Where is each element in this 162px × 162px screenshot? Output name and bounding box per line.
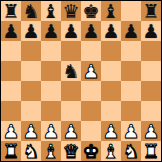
- white-pawn[interactable]: ♟: [2, 121, 19, 141]
- black-knight[interactable]: ♞: [62, 61, 79, 81]
- square-h2[interactable]: ♟: [141, 121, 161, 141]
- square-g4[interactable]: [121, 81, 141, 101]
- square-a3[interactable]: [1, 101, 21, 121]
- square-e7[interactable]: ♟: [81, 21, 101, 41]
- square-g7[interactable]: ♟: [121, 21, 141, 41]
- black-pawn[interactable]: ♟: [102, 21, 119, 41]
- square-d4[interactable]: [61, 81, 81, 101]
- black-pawn[interactable]: ♟: [2, 21, 19, 41]
- square-h7[interactable]: ♟: [141, 21, 161, 41]
- square-e8[interactable]: ♚: [81, 1, 101, 21]
- square-c6[interactable]: [41, 41, 61, 61]
- square-e1[interactable]: ♚: [81, 141, 101, 161]
- black-pawn[interactable]: ♟: [82, 21, 99, 41]
- white-bishop[interactable]: ♝: [42, 141, 59, 161]
- square-a6[interactable]: [1, 41, 21, 61]
- black-knight[interactable]: ♞: [22, 1, 39, 21]
- square-d1[interactable]: ♛: [61, 141, 81, 161]
- white-pawn[interactable]: ♟: [62, 121, 79, 141]
- white-pawn[interactable]: ♟: [122, 121, 139, 141]
- white-king[interactable]: ♚: [82, 141, 99, 161]
- square-b3[interactable]: [21, 101, 41, 121]
- square-b4[interactable]: [21, 81, 41, 101]
- square-g8[interactable]: [121, 1, 141, 21]
- white-pawn[interactable]: ♟: [22, 121, 39, 141]
- white-pawn[interactable]: ♟: [82, 61, 99, 81]
- white-pawn[interactable]: ♟: [42, 121, 59, 141]
- square-c4[interactable]: [41, 81, 61, 101]
- square-g3[interactable]: [121, 101, 141, 121]
- square-d6[interactable]: [61, 41, 81, 61]
- square-f6[interactable]: [101, 41, 121, 61]
- black-queen[interactable]: ♛: [62, 1, 79, 21]
- square-g2[interactable]: ♟: [121, 121, 141, 141]
- square-h5[interactable]: [141, 61, 161, 81]
- square-c2[interactable]: ♟: [41, 121, 61, 141]
- black-rook[interactable]: ♜: [2, 1, 19, 21]
- square-f7[interactable]: ♟: [101, 21, 121, 41]
- square-e4[interactable]: [81, 81, 101, 101]
- white-rook[interactable]: ♜: [2, 141, 19, 161]
- square-b5[interactable]: [21, 61, 41, 81]
- white-pawn[interactable]: ♟: [142, 121, 159, 141]
- white-rook[interactable]: ♜: [142, 141, 159, 161]
- square-b1[interactable]: ♞: [21, 141, 41, 161]
- square-e3[interactable]: [81, 101, 101, 121]
- black-pawn[interactable]: ♟: [22, 21, 39, 41]
- square-d5[interactable]: ♞: [61, 61, 81, 81]
- square-a2[interactable]: ♟: [1, 121, 21, 141]
- square-g1[interactable]: ♞: [121, 141, 141, 161]
- black-pawn[interactable]: ♟: [142, 21, 159, 41]
- square-e5[interactable]: ♟: [81, 61, 101, 81]
- square-e2[interactable]: [81, 121, 101, 141]
- square-g5[interactable]: [121, 61, 141, 81]
- black-pawn[interactable]: ♟: [42, 21, 59, 41]
- square-f1[interactable]: ♝: [101, 141, 121, 161]
- square-f2[interactable]: ♟: [101, 121, 121, 141]
- square-h4[interactable]: [141, 81, 161, 101]
- square-h3[interactable]: [141, 101, 161, 121]
- square-h1[interactable]: ♜: [141, 141, 161, 161]
- black-bishop[interactable]: ♝: [102, 1, 119, 21]
- white-queen[interactable]: ♛: [62, 141, 79, 161]
- square-f4[interactable]: [101, 81, 121, 101]
- square-c3[interactable]: [41, 101, 61, 121]
- square-a4[interactable]: [1, 81, 21, 101]
- square-b2[interactable]: ♟: [21, 121, 41, 141]
- square-c8[interactable]: ♝: [41, 1, 61, 21]
- square-c5[interactable]: [41, 61, 61, 81]
- square-b6[interactable]: [21, 41, 41, 61]
- square-d8[interactable]: ♛: [61, 1, 81, 21]
- square-f8[interactable]: ♝: [101, 1, 121, 21]
- square-c1[interactable]: ♝: [41, 141, 61, 161]
- square-b7[interactable]: ♟: [21, 21, 41, 41]
- square-f5[interactable]: [101, 61, 121, 81]
- white-pawn[interactable]: ♟: [102, 121, 119, 141]
- square-c7[interactable]: ♟: [41, 21, 61, 41]
- square-b8[interactable]: ♞: [21, 1, 41, 21]
- square-a5[interactable]: [1, 61, 21, 81]
- square-e6[interactable]: [81, 41, 101, 61]
- black-rook[interactable]: ♜: [142, 1, 159, 21]
- black-pawn[interactable]: ♟: [62, 21, 79, 41]
- square-a1[interactable]: ♜: [1, 141, 21, 161]
- black-king[interactable]: ♚: [82, 1, 99, 21]
- square-h8[interactable]: ♜: [141, 1, 161, 21]
- white-knight[interactable]: ♞: [122, 141, 139, 161]
- square-d3[interactable]: [61, 101, 81, 121]
- chess-board: ♜♞♝♛♚♝♜♟♟♟♟♟♟♟♟♞♟♟♟♟♟♟♟♟♜♞♝♛♚♝♞♜: [0, 0, 162, 162]
- square-d7[interactable]: ♟: [61, 21, 81, 41]
- white-bishop[interactable]: ♝: [102, 141, 119, 161]
- square-d2[interactable]: ♟: [61, 121, 81, 141]
- black-pawn[interactable]: ♟: [122, 21, 139, 41]
- square-g6[interactable]: [121, 41, 141, 61]
- square-f3[interactable]: [101, 101, 121, 121]
- square-a8[interactable]: ♜: [1, 1, 21, 21]
- square-h6[interactable]: [141, 41, 161, 61]
- white-knight[interactable]: ♞: [22, 141, 39, 161]
- square-a7[interactable]: ♟: [1, 21, 21, 41]
- black-bishop[interactable]: ♝: [42, 1, 59, 21]
